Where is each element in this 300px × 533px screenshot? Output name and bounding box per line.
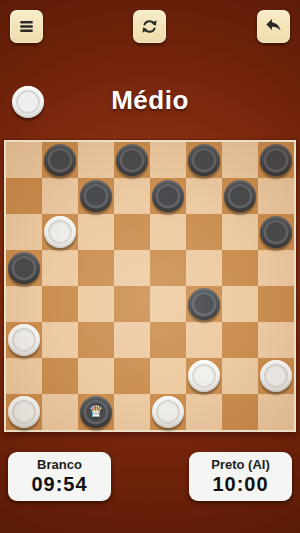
king-crown-icon: ♛ (80, 396, 112, 428)
black-piece[interactable] (80, 180, 112, 212)
square-r5-c7[interactable] (258, 322, 294, 358)
square-r0-c1[interactable] (42, 142, 78, 178)
square-r1-c0[interactable] (6, 178, 42, 214)
square-r2-c5[interactable] (186, 214, 222, 250)
square-r4-c4[interactable] (150, 286, 186, 322)
black-time: 10:00 (212, 473, 268, 495)
black-piece[interactable] (188, 288, 220, 320)
square-r2-c2[interactable] (78, 214, 114, 250)
square-r0-c6[interactable] (222, 142, 258, 178)
square-r5-c4[interactable] (150, 322, 186, 358)
white-piece[interactable] (152, 396, 184, 428)
square-r0-c3[interactable] (114, 142, 150, 178)
square-r3-c7[interactable] (258, 250, 294, 286)
square-r6-c4[interactable] (150, 358, 186, 394)
square-r3-c4[interactable] (150, 250, 186, 286)
square-r6-c1[interactable] (42, 358, 78, 394)
black-piece[interactable] (188, 144, 220, 176)
square-r7-c4[interactable] (150, 394, 186, 430)
square-r5-c1[interactable] (42, 322, 78, 358)
black-piece[interactable] (260, 144, 292, 176)
square-r1-c2[interactable] (78, 178, 114, 214)
square-r7-c0[interactable] (6, 394, 42, 430)
square-r1-c3[interactable] (114, 178, 150, 214)
restart-button[interactable] (133, 10, 166, 43)
square-r3-c0[interactable] (6, 250, 42, 286)
square-r2-c0[interactable] (6, 214, 42, 250)
square-r3-c2[interactable] (78, 250, 114, 286)
undo-button[interactable] (257, 10, 290, 43)
square-r2-c7[interactable] (258, 214, 294, 250)
square-r3-c6[interactable] (222, 250, 258, 286)
square-r5-c5[interactable] (186, 322, 222, 358)
square-r5-c6[interactable] (222, 322, 258, 358)
square-r0-c2[interactable] (78, 142, 114, 178)
white-piece[interactable] (8, 396, 40, 428)
square-r3-c3[interactable] (114, 250, 150, 286)
square-r4-c5[interactable] (186, 286, 222, 322)
square-r7-c6[interactable] (222, 394, 258, 430)
square-r1-c1[interactable] (42, 178, 78, 214)
white-piece[interactable] (44, 216, 76, 248)
square-r0-c0[interactable] (6, 142, 42, 178)
white-piece[interactable] (260, 360, 292, 392)
checkers-app: Médio ♛ Branco 09:54 Preto (AI) 10:00 (0, 0, 300, 533)
square-r0-c4[interactable] (150, 142, 186, 178)
white-piece[interactable] (8, 324, 40, 356)
square-r5-c3[interactable] (114, 322, 150, 358)
white-clock: Branco 09:54 (8, 452, 111, 501)
board: ♛ (4, 140, 296, 432)
square-r6-c7[interactable] (258, 358, 294, 394)
square-r5-c0[interactable] (6, 322, 42, 358)
square-r1-c6[interactable] (222, 178, 258, 214)
square-r1-c7[interactable] (258, 178, 294, 214)
square-r2-c6[interactable] (222, 214, 258, 250)
hamburger-menu-icon (17, 17, 36, 36)
black-piece[interactable] (224, 180, 256, 212)
square-r6-c5[interactable] (186, 358, 222, 394)
black-king-piece[interactable]: ♛ (80, 396, 112, 428)
square-r2-c1[interactable] (42, 214, 78, 250)
black-clock: Preto (AI) 10:00 (189, 452, 292, 501)
undo-arrow-icon (264, 17, 283, 36)
black-piece[interactable] (152, 180, 184, 212)
black-piece[interactable] (8, 252, 40, 284)
square-r4-c6[interactable] (222, 286, 258, 322)
white-time: 09:54 (31, 473, 87, 495)
black-piece[interactable] (116, 144, 148, 176)
white-player-label: Branco (37, 458, 82, 473)
white-piece[interactable] (188, 360, 220, 392)
square-r7-c2[interactable]: ♛ (78, 394, 114, 430)
menu-button[interactable] (10, 10, 43, 43)
square-r5-c2[interactable] (78, 322, 114, 358)
square-r4-c1[interactable] (42, 286, 78, 322)
square-r6-c2[interactable] (78, 358, 114, 394)
black-player-label: Preto (AI) (211, 458, 270, 473)
square-r4-c0[interactable] (6, 286, 42, 322)
square-r7-c5[interactable] (186, 394, 222, 430)
square-r1-c4[interactable] (150, 178, 186, 214)
square-r7-c3[interactable] (114, 394, 150, 430)
square-r2-c3[interactable] (114, 214, 150, 250)
square-r6-c3[interactable] (114, 358, 150, 394)
square-r4-c3[interactable] (114, 286, 150, 322)
square-r2-c4[interactable] (150, 214, 186, 250)
square-r0-c7[interactable] (258, 142, 294, 178)
black-piece[interactable] (260, 216, 292, 248)
square-r3-c1[interactable] (42, 250, 78, 286)
square-r7-c7[interactable] (258, 394, 294, 430)
square-r4-c7[interactable] (258, 286, 294, 322)
square-r6-c0[interactable] (6, 358, 42, 394)
difficulty-title: Médio (0, 85, 300, 116)
refresh-icon (140, 17, 159, 36)
square-r7-c1[interactable] (42, 394, 78, 430)
square-r1-c5[interactable] (186, 178, 222, 214)
square-r6-c6[interactable] (222, 358, 258, 394)
square-r3-c5[interactable] (186, 250, 222, 286)
square-r4-c2[interactable] (78, 286, 114, 322)
square-r0-c5[interactable] (186, 142, 222, 178)
black-piece[interactable] (44, 144, 76, 176)
